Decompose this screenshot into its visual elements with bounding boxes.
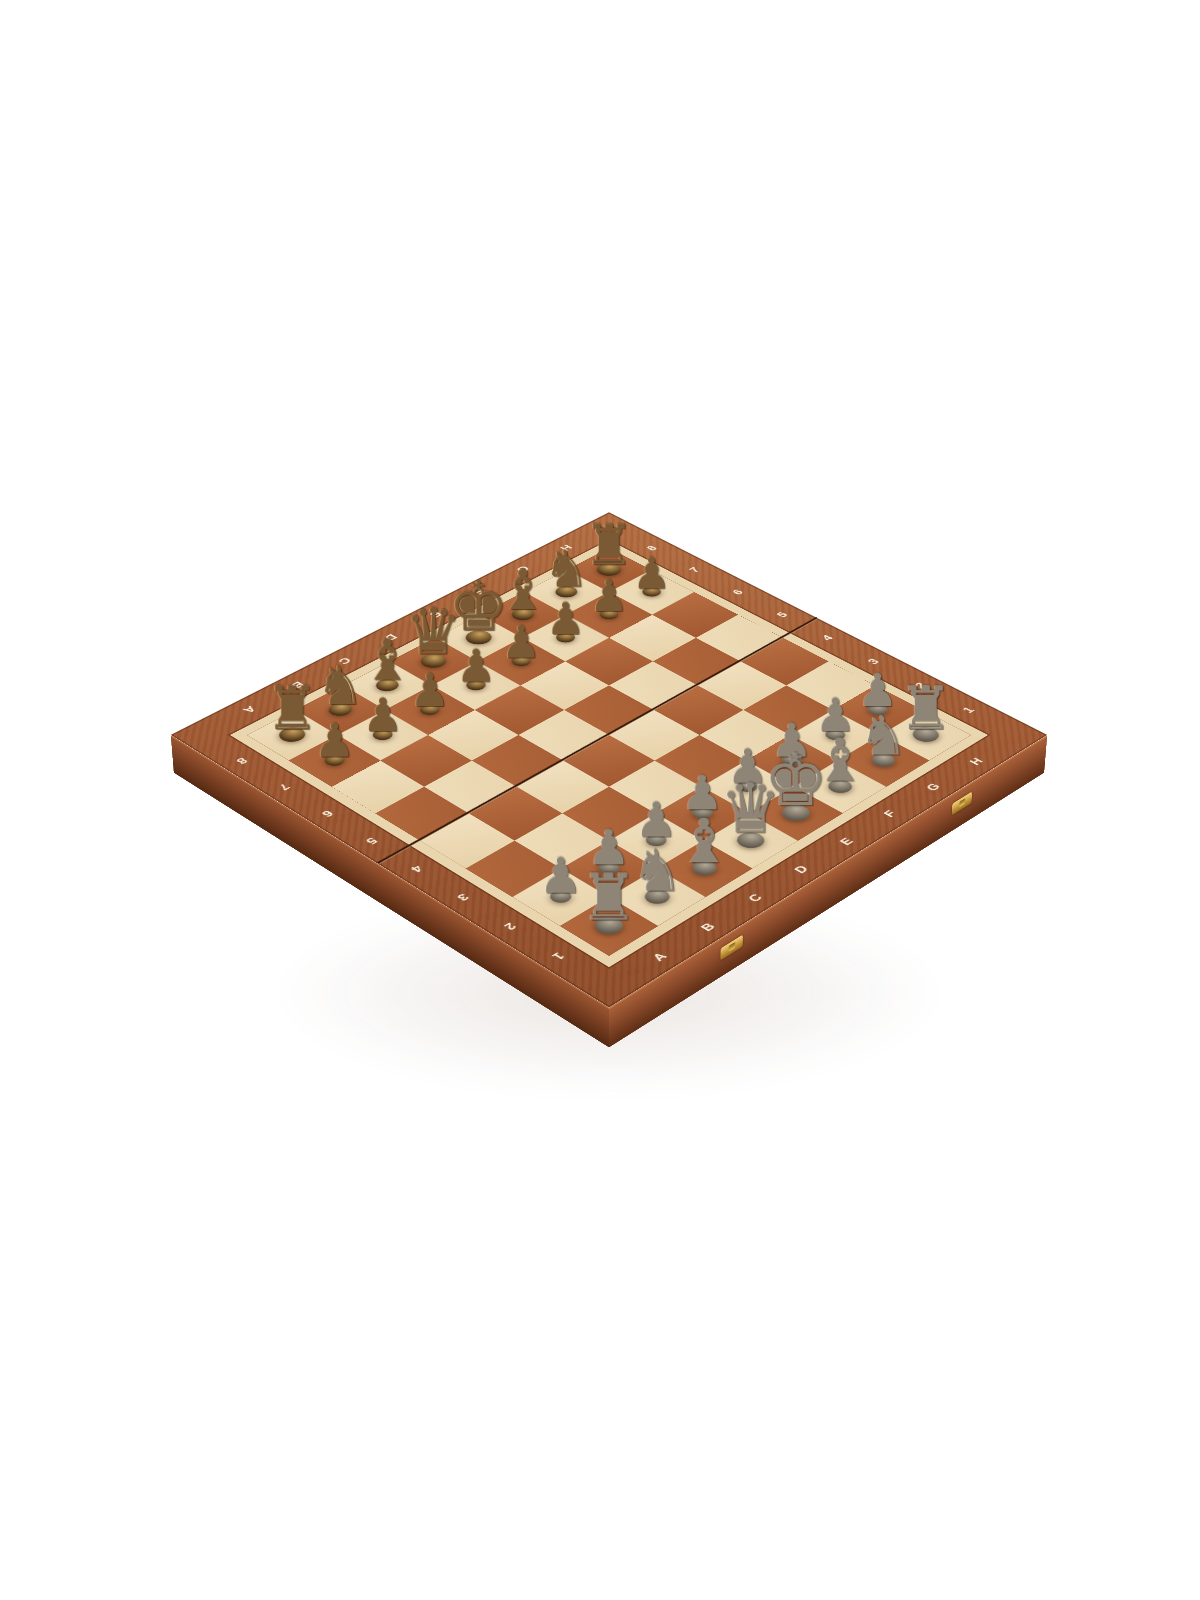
- piece-glyph: ♝: [362, 632, 413, 689]
- piece-glyph: ♟: [589, 574, 628, 618]
- coord-label-A: A: [648, 950, 670, 963]
- piece-glyph: ♞: [631, 843, 683, 901]
- piece-glyph: ♟: [409, 667, 450, 713]
- piece-glyph: ♞: [316, 659, 364, 712]
- coord-label-1: 1: [959, 704, 977, 714]
- coord-label-A: A: [240, 704, 259, 715]
- coord-label-2: 2: [501, 920, 520, 932]
- brass-latch-icon: [952, 791, 973, 815]
- coord-label-C: C: [744, 891, 765, 904]
- coord-label-4: 4: [408, 863, 427, 874]
- piece-glyph: ♞: [544, 544, 590, 595]
- piece-glyph: ♟: [632, 552, 671, 595]
- coord-label-B: B: [697, 920, 718, 933]
- piece-glyph: ♟: [539, 851, 583, 900]
- coord-label-3: 3: [454, 891, 473, 902]
- piece-glyph: ♜: [580, 865, 638, 930]
- coord-label-H: H: [966, 755, 986, 766]
- coord-label-D: D: [790, 863, 811, 875]
- piece-glyph: ♟: [546, 597, 586, 641]
- coord-label-7: 7: [686, 565, 703, 574]
- piece-glyph: ♝: [677, 810, 732, 871]
- coord-label-6: 6: [729, 587, 746, 596]
- piece-glyph: ♛: [405, 600, 462, 664]
- coord-label-5: 5: [363, 835, 381, 846]
- piece-glyph: ♜: [584, 517, 634, 573]
- product-photo-scene: 8765432187654321HGFEDCBAHGFEDCBA♜♟♟♜♞♟♟♞…: [0, 0, 1200, 1600]
- brass-latch-icon: [720, 935, 742, 961]
- squares-grid: ♜♟♟♜♞♟♟♞♝♟♟♝♚♟♟♚♛♟♟♛♝♟♟♝♞♟♟♞♜♟♟♜: [247, 548, 971, 956]
- coord-label-G: G: [923, 781, 944, 793]
- coord-label-5: 5: [773, 610, 790, 619]
- coord-label-8: 8: [234, 756, 252, 766]
- coord-label-E: E: [836, 835, 856, 847]
- coord-label-4: 4: [818, 633, 835, 642]
- coord-label-1: 1: [549, 950, 568, 962]
- piece-glyph: ♜: [265, 678, 319, 738]
- piece-glyph: ♟: [362, 692, 403, 738]
- piece-glyph: ♟: [501, 620, 541, 665]
- coord-label-7: 7: [276, 782, 294, 792]
- piece-glyph: ♟: [314, 717, 356, 763]
- coord-label-6: 6: [319, 808, 337, 819]
- coord-label-F: F: [880, 808, 899, 819]
- piece-glyph: ♟: [456, 643, 496, 688]
